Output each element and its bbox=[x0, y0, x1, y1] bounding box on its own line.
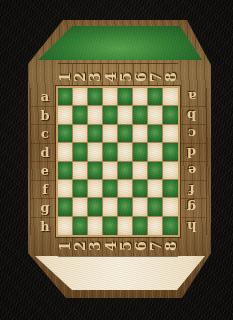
label-cell-top: 8 bbox=[163, 64, 178, 89]
square-f2[interactable] bbox=[73, 180, 88, 198]
square-b1[interactable] bbox=[58, 106, 73, 124]
square-d5[interactable] bbox=[118, 143, 133, 161]
label-cell-bottom: 3 bbox=[87, 236, 102, 256]
coordinate-label: f bbox=[189, 182, 195, 197]
square-g6[interactable] bbox=[133, 198, 148, 216]
label-cell-top: 4 bbox=[102, 64, 117, 89]
top-tray-green-panel bbox=[28, 20, 211, 66]
coordinate-label: a bbox=[188, 89, 196, 104]
coordinate-label: e bbox=[188, 163, 196, 178]
square-f4[interactable] bbox=[103, 180, 118, 198]
coordinate-label: 1 bbox=[58, 241, 72, 251]
square-a5[interactable] bbox=[118, 88, 133, 106]
coordinate-label: 7 bbox=[148, 241, 163, 251]
coordinate-label: h bbox=[40, 219, 49, 234]
square-b5[interactable] bbox=[118, 106, 133, 124]
chess-rug-photo: 12345678 12345678 abcdefgh abcdefgh bbox=[0, 0, 233, 320]
square-h8[interactable] bbox=[163, 217, 178, 235]
label-cell-left: d bbox=[31, 143, 59, 162]
square-d2[interactable] bbox=[73, 143, 88, 161]
label-cell-top: 1 bbox=[58, 64, 72, 89]
coordinate-label: 6 bbox=[133, 241, 148, 251]
label-cell-left: a bbox=[31, 88, 59, 106]
label-cell-left: f bbox=[31, 180, 59, 199]
label-cell-left: b bbox=[31, 106, 59, 125]
square-b4[interactable] bbox=[103, 106, 118, 124]
square-h6[interactable] bbox=[133, 217, 148, 235]
square-d4[interactable] bbox=[103, 143, 118, 161]
coordinate-label: 8 bbox=[163, 241, 178, 251]
square-a1[interactable] bbox=[58, 88, 73, 106]
coordinate-label: g bbox=[187, 200, 196, 215]
chess-mat: 12345678 12345678 abcdefgh abcdefgh bbox=[28, 20, 211, 298]
coordinate-label: c bbox=[188, 126, 196, 141]
rank-labels-left: abcdefgh bbox=[30, 88, 59, 235]
coordinate-label: 6 bbox=[133, 72, 148, 82]
label-cell-bottom: 7 bbox=[148, 236, 163, 256]
square-b8[interactable] bbox=[163, 106, 178, 124]
label-cell-right: b bbox=[178, 106, 206, 125]
square-d8[interactable] bbox=[163, 143, 178, 161]
label-cell-bottom: 2 bbox=[72, 236, 87, 256]
square-a3[interactable] bbox=[88, 88, 103, 106]
square-g8[interactable] bbox=[163, 198, 178, 216]
square-g5[interactable] bbox=[118, 198, 133, 216]
square-h5[interactable] bbox=[118, 217, 133, 235]
square-g2[interactable] bbox=[73, 198, 88, 216]
label-cell-top: 7 bbox=[148, 64, 163, 89]
coordinate-label: g bbox=[40, 200, 49, 215]
label-cell-bottom: 1 bbox=[58, 236, 72, 256]
label-cell-left: h bbox=[31, 217, 59, 236]
square-f5[interactable] bbox=[118, 180, 133, 198]
coordinate-label: d bbox=[187, 145, 196, 160]
square-h2[interactable] bbox=[73, 217, 88, 235]
coordinate-label: f bbox=[42, 182, 48, 197]
square-e7[interactable] bbox=[148, 162, 163, 180]
label-cell-right: f bbox=[178, 180, 206, 199]
square-h1[interactable] bbox=[58, 217, 73, 235]
coordinate-label: 3 bbox=[87, 241, 102, 251]
square-g4[interactable] bbox=[103, 198, 118, 216]
square-d7[interactable] bbox=[148, 143, 163, 161]
square-d1[interactable] bbox=[58, 143, 73, 161]
square-e8[interactable] bbox=[163, 162, 178, 180]
square-e3[interactable] bbox=[88, 162, 103, 180]
square-c5[interactable] bbox=[118, 125, 133, 143]
square-b3[interactable] bbox=[88, 106, 103, 124]
label-cell-right: c bbox=[178, 124, 206, 143]
square-a4[interactable] bbox=[103, 88, 118, 106]
coordinate-label: 5 bbox=[118, 72, 133, 82]
square-b6[interactable] bbox=[133, 106, 148, 124]
square-d3[interactable] bbox=[88, 143, 103, 161]
label-cell-right: e bbox=[178, 161, 206, 180]
coordinate-label: 8 bbox=[163, 72, 178, 82]
square-e1[interactable] bbox=[58, 162, 73, 180]
label-cell-right: g bbox=[178, 198, 206, 217]
label-cell-bottom: 8 bbox=[163, 236, 178, 256]
coordinate-label: b bbox=[40, 108, 49, 123]
square-e2[interactable] bbox=[73, 162, 88, 180]
square-e4[interactable] bbox=[103, 162, 118, 180]
label-cell-right: a bbox=[178, 88, 206, 106]
square-f6[interactable] bbox=[133, 180, 148, 198]
label-cell-top: 6 bbox=[133, 64, 148, 89]
label-cell-bottom: 6 bbox=[133, 236, 148, 256]
square-e6[interactable] bbox=[133, 162, 148, 180]
file-labels-bottom: 12345678 bbox=[58, 236, 178, 257]
square-d6[interactable] bbox=[133, 143, 148, 161]
square-c3[interactable] bbox=[88, 125, 103, 143]
square-g1[interactable] bbox=[58, 198, 73, 216]
label-cell-top: 2 bbox=[72, 64, 87, 89]
square-a7[interactable] bbox=[148, 88, 163, 106]
square-g7[interactable] bbox=[148, 198, 163, 216]
square-h7[interactable] bbox=[148, 217, 163, 235]
square-c7[interactable] bbox=[148, 125, 163, 143]
square-a6[interactable] bbox=[133, 88, 148, 106]
coordinate-label: 2 bbox=[72, 241, 87, 251]
coordinate-label: h bbox=[187, 219, 196, 234]
square-f8[interactable] bbox=[163, 180, 178, 198]
label-cell-left: c bbox=[31, 124, 59, 143]
label-cell-top: 3 bbox=[87, 64, 102, 89]
label-cell-right: d bbox=[178, 143, 206, 162]
square-a8[interactable] bbox=[163, 88, 178, 106]
square-f1[interactable] bbox=[58, 180, 73, 198]
square-c2[interactable] bbox=[73, 125, 88, 143]
square-c8[interactable] bbox=[163, 125, 178, 143]
square-h4[interactable] bbox=[103, 217, 118, 235]
coordinate-label: c bbox=[41, 126, 49, 141]
square-g3[interactable] bbox=[88, 198, 103, 216]
coordinate-label: 3 bbox=[87, 72, 102, 82]
label-cell-left: e bbox=[31, 161, 59, 180]
label-cell-left: g bbox=[31, 198, 59, 217]
square-b2[interactable] bbox=[73, 106, 88, 124]
square-e5[interactable] bbox=[118, 162, 133, 180]
square-a2[interactable] bbox=[73, 88, 88, 106]
square-c6[interactable] bbox=[133, 125, 148, 143]
board-grid bbox=[58, 88, 178, 235]
coordinate-label: 1 bbox=[58, 72, 72, 82]
coordinate-label: a bbox=[41, 89, 49, 104]
rank-labels-right: abcdefgh bbox=[178, 88, 207, 235]
coordinate-label: b bbox=[187, 108, 196, 123]
square-b7[interactable] bbox=[148, 106, 163, 124]
square-c4[interactable] bbox=[103, 125, 118, 143]
coordinate-label: 4 bbox=[102, 72, 117, 82]
coordinate-label: 5 bbox=[118, 241, 133, 251]
coordinate-label: e bbox=[41, 163, 49, 178]
label-cell-bottom: 5 bbox=[118, 236, 133, 256]
square-c1[interactable] bbox=[58, 125, 73, 143]
square-h3[interactable] bbox=[88, 217, 103, 235]
label-cell-right: h bbox=[178, 217, 206, 236]
coordinate-label: d bbox=[40, 145, 49, 160]
file-labels-top: 12345678 bbox=[58, 63, 178, 89]
coordinate-label: 7 bbox=[148, 72, 163, 82]
label-cell-top: 5 bbox=[118, 64, 133, 89]
square-f3[interactable] bbox=[88, 180, 103, 198]
coordinate-label: 2 bbox=[72, 72, 87, 82]
square-f7[interactable] bbox=[148, 180, 163, 198]
label-cell-bottom: 4 bbox=[102, 236, 117, 256]
coordinate-label: 4 bbox=[102, 241, 117, 251]
